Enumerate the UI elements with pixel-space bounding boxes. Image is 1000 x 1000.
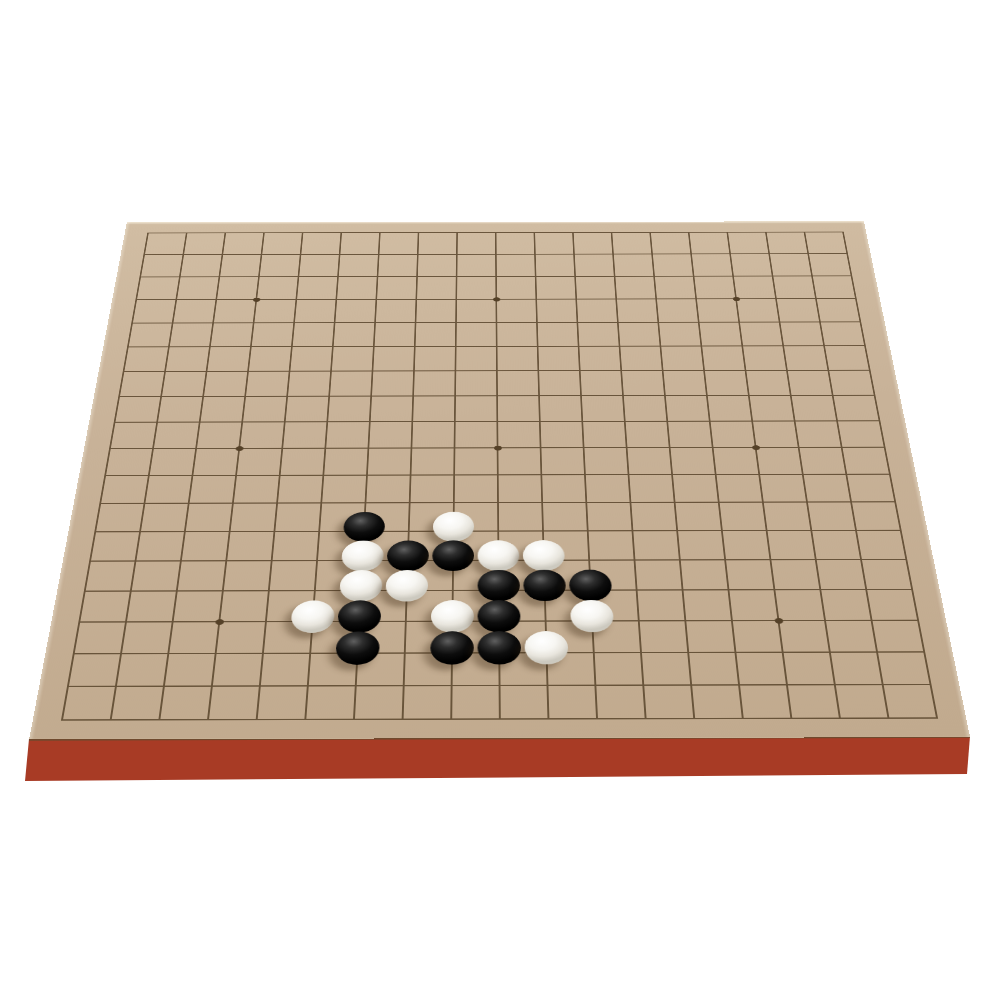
- white-stone[interactable]: [431, 600, 474, 632]
- go-board: [34, 221, 964, 737]
- black-stone[interactable]: [386, 540, 429, 571]
- red-front-face: [25, 736, 970, 781]
- white-stone[interactable]: [385, 570, 428, 602]
- black-stone[interactable]: [432, 540, 474, 571]
- black-stone[interactable]: [337, 600, 382, 632]
- black-stone[interactable]: [335, 631, 380, 664]
- black-stone[interactable]: [569, 570, 613, 602]
- white-stone[interactable]: [523, 540, 566, 571]
- black-stone[interactable]: [478, 600, 521, 632]
- white-stone[interactable]: [339, 570, 383, 602]
- black-stone[interactable]: [343, 512, 386, 542]
- go-board-photo: [0, 0, 1000, 1000]
- white-stone[interactable]: [524, 631, 568, 664]
- black-stone[interactable]: [430, 631, 474, 664]
- white-stone[interactable]: [341, 541, 384, 572]
- white-stone[interactable]: [478, 540, 520, 571]
- white-stone[interactable]: [433, 512, 474, 542]
- black-stone[interactable]: [478, 631, 522, 664]
- stones-grid[interactable]: [34, 221, 964, 737]
- white-stone[interactable]: [570, 600, 614, 632]
- black-stone[interactable]: [478, 570, 520, 602]
- black-stone[interactable]: [523, 570, 566, 602]
- white-stone[interactable]: [290, 600, 335, 632]
